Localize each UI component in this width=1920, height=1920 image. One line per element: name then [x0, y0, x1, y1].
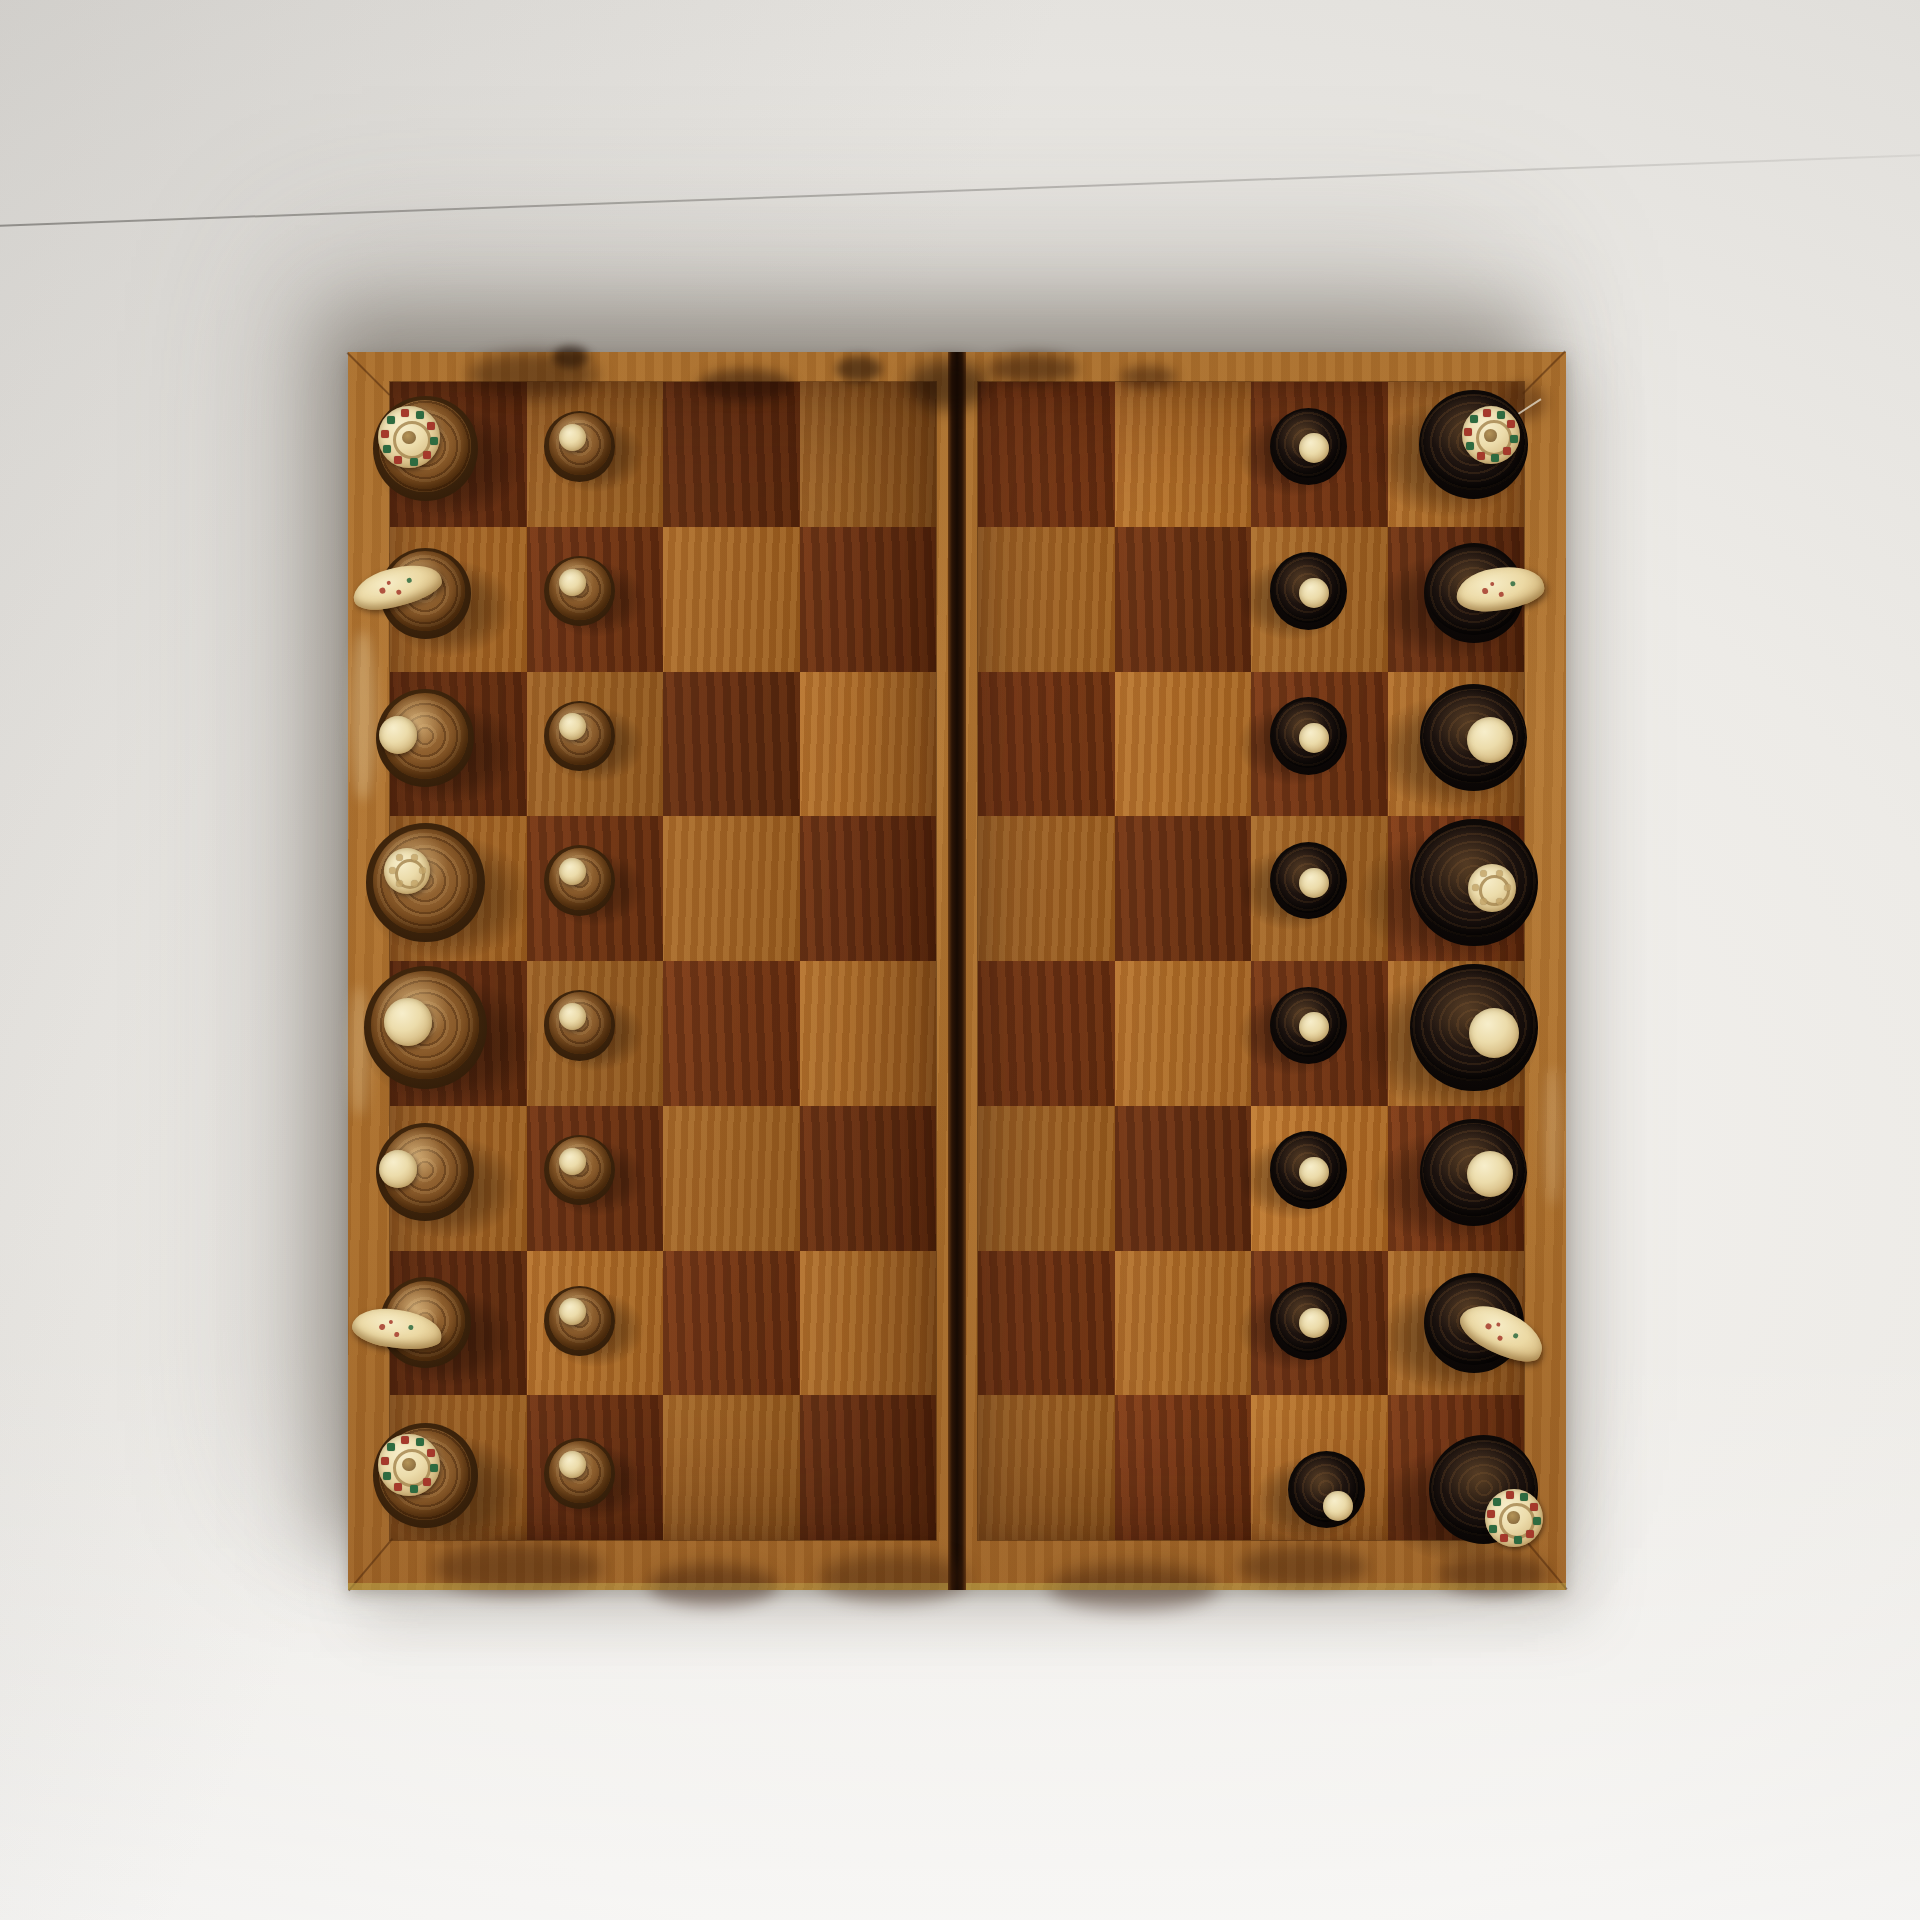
square-e5: [978, 961, 1115, 1106]
rook-inlay-dot: [1506, 1491, 1514, 1499]
finial-center: [1507, 1511, 1520, 1524]
square-e4: [800, 961, 937, 1106]
rook-inlay-dot: [1526, 1530, 1534, 1538]
rook-inlay-dot: [387, 1443, 395, 1451]
rook-inlay-dot: [1507, 420, 1515, 428]
square-g3: [663, 1251, 800, 1396]
rook-inlay-dot: [381, 430, 389, 438]
rook-inlay-dot: [381, 1457, 389, 1465]
square-e6: [1115, 961, 1252, 1106]
bone-speckle: [389, 1320, 394, 1325]
bone-speckle: [1496, 1321, 1501, 1326]
square-g4: [800, 1251, 937, 1396]
bone-speckle: [1496, 1335, 1503, 1342]
bone-speckle: [387, 581, 392, 586]
rook-inlay-dot: [401, 409, 409, 417]
square-b3: [663, 527, 800, 672]
rook-inlay-dot: [1510, 435, 1518, 443]
rook-inlay-dot: [383, 445, 391, 453]
square-a6: [1115, 382, 1252, 527]
rook-inlay-dot: [1530, 1503, 1538, 1511]
bone-speckle: [394, 1332, 400, 1338]
square-c6: [1115, 672, 1252, 817]
square-g6: [1115, 1251, 1252, 1396]
rook-inlay-dot: [1497, 411, 1505, 419]
rook-inlay-dot: [1514, 1536, 1522, 1544]
queen-petal: [1504, 884, 1511, 891]
square-h4: [800, 1395, 937, 1540]
square-c4: [800, 672, 937, 817]
photo-stage: ♖♘♗♕♔♗♘♖♙♙♙♙♙♙♙♙♟♟♟♟♟♟♟♟♜♞♝♛♚♝♞♜: [0, 0, 1920, 1920]
square-c5: [978, 672, 1115, 817]
queen-petal: [389, 867, 396, 874]
backdrop-seam-line: [0, 154, 1920, 227]
square-g5: [978, 1251, 1115, 1396]
square-c3: [663, 672, 800, 817]
square-a4: [800, 382, 937, 527]
rook-inlay-dot: [1503, 447, 1511, 455]
rook-inlay-dot: [1487, 1510, 1495, 1518]
chess-board: ♖♘♗♕♔♗♘♖♙♙♙♙♙♙♙♙♟♟♟♟♟♟♟♟♜♞♝♛♚♝♞♜: [348, 352, 1566, 1590]
bone-speckle: [379, 587, 386, 594]
rook-inlay-dot: [1520, 1493, 1528, 1501]
rook-inlay-dot: [394, 1483, 402, 1491]
square-d4: [800, 816, 937, 961]
square-f4: [800, 1106, 937, 1251]
bone-speckle: [1509, 581, 1515, 587]
rook-inlay-dot: [394, 456, 402, 464]
board-hinge-gap: [948, 352, 966, 1590]
square-d3: [663, 816, 800, 961]
rook-inlay-dot: [416, 1438, 424, 1446]
rook-inlay-dot: [383, 1472, 391, 1480]
square-h3: [663, 1395, 800, 1540]
square-f5: [978, 1106, 1115, 1251]
square-e3: [663, 961, 800, 1106]
square-b4: [800, 527, 937, 672]
square-h6: [1115, 1395, 1252, 1540]
rook-inlay-dot: [1500, 1534, 1508, 1542]
square-f3: [663, 1106, 800, 1251]
bottom-edge-highlight: [348, 1583, 948, 1590]
bone-speckle: [396, 589, 402, 595]
square-d6: [1115, 816, 1252, 961]
rook-inlay-dot: [387, 416, 395, 424]
rook-inlay-dot: [401, 1436, 409, 1444]
square-a3: [663, 382, 800, 527]
square-h5: [978, 1395, 1115, 1540]
square-b5: [978, 527, 1115, 672]
rook-inlay-dot: [1489, 1525, 1497, 1533]
rook-inlay-dot: [1483, 409, 1491, 417]
bone-speckle: [379, 1323, 386, 1330]
bone-speckle: [1512, 1332, 1519, 1339]
square-b6: [1115, 527, 1252, 672]
square-d5: [978, 816, 1115, 961]
square-f6: [1115, 1106, 1252, 1251]
queen-petal: [1496, 898, 1503, 905]
rook-inlay-dot: [1533, 1517, 1541, 1525]
rook-inlay-dot: [416, 411, 424, 419]
bone-speckle: [1498, 592, 1504, 598]
bottom-edge-highlight: [966, 1583, 1566, 1590]
square-a5: [978, 382, 1115, 527]
